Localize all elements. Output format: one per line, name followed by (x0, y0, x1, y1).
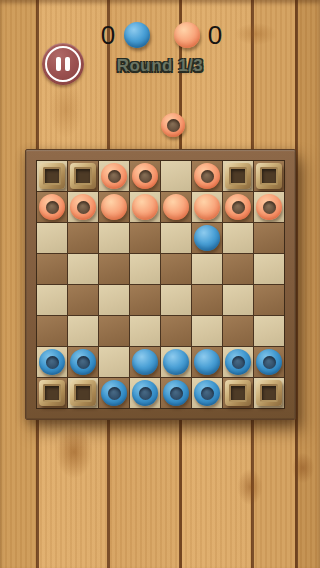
piece-blue-ring[interactable] (225, 349, 251, 375)
piece-blue-ring[interactable] (163, 380, 189, 406)
board-cell[interactable] (37, 285, 67, 315)
piece-orange-solid[interactable] (132, 194, 158, 220)
piece-orange-ring[interactable] (132, 163, 158, 189)
board-cell[interactable] (192, 378, 222, 408)
piece-block (39, 380, 65, 406)
board-cell[interactable] (192, 347, 222, 377)
board-cell[interactable] (37, 161, 67, 191)
board-cell[interactable] (223, 316, 253, 346)
board-cell[interactable] (254, 254, 284, 284)
floating-orange-ring-piece (161, 113, 185, 137)
board-cell[interactable] (223, 223, 253, 253)
board-cell[interactable] (254, 285, 284, 315)
blue-score: 0 (93, 22, 123, 48)
piece-orange-solid[interactable] (101, 194, 127, 220)
board-cell[interactable] (37, 316, 67, 346)
board-cell[interactable] (223, 285, 253, 315)
board-cell[interactable] (130, 161, 160, 191)
round-label: Round 1/3 (0, 56, 320, 76)
game-board (25, 149, 296, 420)
board-cell[interactable] (68, 285, 98, 315)
piece-blue-ring[interactable] (70, 349, 96, 375)
board-cell[interactable] (130, 192, 160, 222)
board-cell[interactable] (223, 254, 253, 284)
piece-blue-solid[interactable] (132, 349, 158, 375)
board-cell[interactable] (68, 192, 98, 222)
piece-orange-ring[interactable] (225, 194, 251, 220)
piece-orange-ring[interactable] (194, 163, 220, 189)
board-cell[interactable] (254, 378, 284, 408)
board-cell[interactable] (254, 223, 284, 253)
board-cell[interactable] (99, 161, 129, 191)
piece-block (39, 163, 65, 189)
board-cell[interactable] (99, 192, 129, 222)
board-cell[interactable] (37, 347, 67, 377)
board-cell[interactable] (37, 223, 67, 253)
board-cell[interactable] (161, 316, 191, 346)
board-cell[interactable] (223, 161, 253, 191)
board-cell[interactable] (192, 223, 222, 253)
board-cell[interactable] (68, 254, 98, 284)
board-cell[interactable] (192, 316, 222, 346)
board-cell[interactable] (68, 316, 98, 346)
piece-blue-ring[interactable] (101, 380, 127, 406)
orange-piece-icon (174, 22, 200, 48)
orange-score: 0 (200, 22, 230, 48)
game-screen: 0 0 Round 1/3 (0, 0, 320, 568)
board-cell[interactable] (99, 347, 129, 377)
board-cell[interactable] (130, 285, 160, 315)
board-cell[interactable] (68, 161, 98, 191)
floating-piece (161, 113, 185, 137)
board-cell[interactable] (68, 223, 98, 253)
piece-blue-solid[interactable] (194, 225, 220, 251)
piece-orange-solid[interactable] (194, 194, 220, 220)
blue-piece-icon (124, 22, 150, 48)
piece-block (256, 380, 282, 406)
piece-block (256, 163, 282, 189)
board-cell[interactable] (161, 347, 191, 377)
board-cell[interactable] (99, 223, 129, 253)
piece-orange-ring[interactable] (101, 163, 127, 189)
piece-block (225, 163, 251, 189)
board-cell[interactable] (254, 161, 284, 191)
board-cell[interactable] (37, 192, 67, 222)
board-cell[interactable] (192, 254, 222, 284)
piece-blue-ring[interactable] (132, 380, 158, 406)
piece-block (70, 380, 96, 406)
board-cell[interactable] (192, 285, 222, 315)
board-cell[interactable] (68, 378, 98, 408)
board-cell[interactable] (161, 378, 191, 408)
board-cell[interactable] (192, 161, 222, 191)
board-cell[interactable] (37, 254, 67, 284)
piece-orange-ring[interactable] (39, 194, 65, 220)
board-cell[interactable] (130, 316, 160, 346)
board-cell[interactable] (130, 347, 160, 377)
board-cell[interactable] (223, 378, 253, 408)
piece-block (225, 380, 251, 406)
board-cell[interactable] (161, 285, 191, 315)
board-cell[interactable] (161, 161, 191, 191)
board-cell[interactable] (161, 192, 191, 222)
board-cell[interactable] (192, 192, 222, 222)
game-board-grid (36, 160, 285, 409)
score-bar: 0 0 (0, 0, 320, 50)
board-cell[interactable] (68, 347, 98, 377)
piece-blue-solid[interactable] (163, 349, 189, 375)
board-cell[interactable] (254, 347, 284, 377)
board-cell[interactable] (254, 316, 284, 346)
piece-orange-ring[interactable] (256, 194, 282, 220)
piece-blue-ring[interactable] (256, 349, 282, 375)
board-cell[interactable] (99, 254, 129, 284)
board-cell[interactable] (161, 254, 191, 284)
board-cell[interactable] (223, 192, 253, 222)
piece-blue-ring[interactable] (39, 349, 65, 375)
board-cell[interactable] (99, 285, 129, 315)
board-cell[interactable] (99, 378, 129, 408)
board-cell[interactable] (37, 378, 67, 408)
board-cell[interactable] (130, 378, 160, 408)
board-cell[interactable] (161, 223, 191, 253)
piece-block (70, 163, 96, 189)
board-cell[interactable] (130, 254, 160, 284)
piece-orange-solid[interactable] (163, 194, 189, 220)
board-cell[interactable] (99, 316, 129, 346)
board-cell[interactable] (223, 347, 253, 377)
piece-orange-ring[interactable] (70, 194, 96, 220)
board-cell[interactable] (254, 192, 284, 222)
board-cell[interactable] (130, 223, 160, 253)
piece-blue-ring[interactable] (194, 380, 220, 406)
piece-blue-solid[interactable] (194, 349, 220, 375)
